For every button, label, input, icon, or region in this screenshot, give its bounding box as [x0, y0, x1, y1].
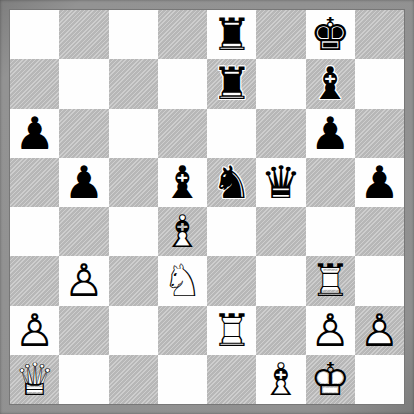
square-f8[interactable] [256, 10, 305, 59]
square-g4[interactable] [306, 207, 355, 256]
chess-board: ♜♚♜♝♟♟♟♝♞♛♟♝♗♟♙♞♘♜♖♟♙♜♖♟♙♟♙♛♕♝♗♚♔ [10, 10, 404, 404]
square-e7[interactable]: ♜ [207, 59, 256, 108]
piece-white-pawn-icon: ♟♙ [14, 308, 54, 353]
piece-white-rook-icon: ♜♖ [310, 258, 350, 303]
piece-black-bishop-icon: ♝ [310, 61, 350, 106]
piece-white-queen-icon: ♛♕ [14, 357, 54, 402]
square-h8[interactable] [355, 10, 404, 59]
square-a5[interactable] [10, 158, 59, 207]
square-h4[interactable] [355, 207, 404, 256]
square-c1[interactable] [109, 355, 158, 404]
square-f7[interactable] [256, 59, 305, 108]
square-b8[interactable] [59, 10, 108, 59]
square-c3[interactable] [109, 256, 158, 305]
square-g2[interactable]: ♟♙ [306, 306, 355, 355]
square-d1[interactable] [158, 355, 207, 404]
square-b4[interactable] [59, 207, 108, 256]
piece-black-bishop-icon: ♝ [162, 160, 202, 205]
square-b5[interactable]: ♟ [59, 158, 108, 207]
piece-white-rook-icon: ♜♖ [211, 308, 251, 353]
piece-black-pawn-icon: ♟ [359, 160, 399, 205]
piece-white-pawn-icon: ♟♙ [64, 258, 104, 303]
square-g6[interactable]: ♟ [306, 109, 355, 158]
square-c6[interactable] [109, 109, 158, 158]
board-frame: ♜♚♜♝♟♟♟♝♞♛♟♝♗♟♙♞♘♜♖♟♙♜♖♟♙♟♙♛♕♝♗♚♔ [0, 0, 414, 414]
square-c4[interactable] [109, 207, 158, 256]
square-f6[interactable] [256, 109, 305, 158]
square-h6[interactable] [355, 109, 404, 158]
piece-black-pawn-icon: ♟ [14, 111, 54, 156]
square-g8[interactable]: ♚ [306, 10, 355, 59]
square-a3[interactable] [10, 256, 59, 305]
square-a2[interactable]: ♟♙ [10, 306, 59, 355]
square-d5[interactable]: ♝ [158, 158, 207, 207]
square-g7[interactable]: ♝ [306, 59, 355, 108]
square-d6[interactable] [158, 109, 207, 158]
square-e5[interactable]: ♞ [207, 158, 256, 207]
piece-black-rook-icon: ♜ [211, 61, 251, 106]
square-a7[interactable] [10, 59, 59, 108]
square-a6[interactable]: ♟ [10, 109, 59, 158]
square-e1[interactable] [207, 355, 256, 404]
square-b6[interactable] [59, 109, 108, 158]
piece-black-rook-icon: ♜ [211, 12, 251, 57]
square-h7[interactable] [355, 59, 404, 108]
piece-black-pawn-icon: ♟ [310, 111, 350, 156]
square-c2[interactable] [109, 306, 158, 355]
piece-white-pawn-icon: ♟♙ [359, 308, 399, 353]
square-f4[interactable] [256, 207, 305, 256]
piece-white-knight-icon: ♞♘ [162, 258, 202, 303]
square-b2[interactable] [59, 306, 108, 355]
square-h1[interactable] [355, 355, 404, 404]
square-e2[interactable]: ♜♖ [207, 306, 256, 355]
piece-black-knight-icon: ♞ [211, 160, 251, 205]
square-e6[interactable] [207, 109, 256, 158]
square-b3[interactable]: ♟♙ [59, 256, 108, 305]
square-g3[interactable]: ♜♖ [306, 256, 355, 305]
square-c8[interactable] [109, 10, 158, 59]
square-g5[interactable] [306, 158, 355, 207]
square-b7[interactable] [59, 59, 108, 108]
square-h5[interactable]: ♟ [355, 158, 404, 207]
piece-black-pawn-icon: ♟ [64, 160, 104, 205]
piece-white-bishop-icon: ♝♗ [261, 357, 301, 402]
square-d8[interactable] [158, 10, 207, 59]
square-h3[interactable] [355, 256, 404, 305]
piece-black-king-icon: ♚ [310, 12, 350, 57]
square-a1[interactable]: ♛♕ [10, 355, 59, 404]
piece-black-queen-icon: ♛ [261, 160, 301, 205]
square-e8[interactable]: ♜ [207, 10, 256, 59]
square-f5[interactable]: ♛ [256, 158, 305, 207]
square-e4[interactable] [207, 207, 256, 256]
square-c5[interactable] [109, 158, 158, 207]
square-d4[interactable]: ♝♗ [158, 207, 207, 256]
square-a4[interactable] [10, 207, 59, 256]
square-e3[interactable] [207, 256, 256, 305]
piece-white-bishop-icon: ♝♗ [162, 209, 202, 254]
square-g1[interactable]: ♚♔ [306, 355, 355, 404]
square-a8[interactable] [10, 10, 59, 59]
square-d3[interactable]: ♞♘ [158, 256, 207, 305]
square-d2[interactable] [158, 306, 207, 355]
square-c7[interactable] [109, 59, 158, 108]
square-d7[interactable] [158, 59, 207, 108]
square-f2[interactable] [256, 306, 305, 355]
piece-white-king-icon: ♚♔ [310, 357, 350, 402]
square-f1[interactable]: ♝♗ [256, 355, 305, 404]
square-h2[interactable]: ♟♙ [355, 306, 404, 355]
square-f3[interactable] [256, 256, 305, 305]
square-b1[interactable] [59, 355, 108, 404]
piece-white-pawn-icon: ♟♙ [310, 308, 350, 353]
